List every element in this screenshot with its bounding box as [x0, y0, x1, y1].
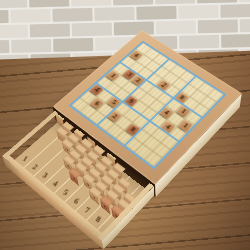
scene-photo: 4283211419445628 123456789 3456789 — [0, 0, 250, 250]
drawer-tile-4[interactable] — [81, 142, 91, 157]
drawer-tile-6[interactable]: 6 — [83, 177, 93, 192]
drawer-tile-8[interactable] — [118, 181, 128, 196]
drawer-tile-2[interactable] — [56, 130, 66, 145]
drawer-tile-top — [95, 180, 108, 191]
drawer-tile-8[interactable]: 8 — [100, 199, 110, 214]
brick — [52, 8, 92, 22]
drawer-tile-top — [107, 168, 120, 179]
brick — [0, 24, 28, 38]
brick — [198, 19, 238, 33]
drawer-tile-4[interactable]: 4 — [63, 158, 73, 173]
drawer-tile-1[interactable] — [55, 115, 64, 129]
drawer-tile-top — [63, 155, 75, 165]
drawer-tile-top — [89, 167, 102, 178]
drawer-tile-7[interactable]: 7 — [89, 190, 99, 205]
brick — [178, 5, 218, 19]
drawer-tile-4[interactable] — [75, 147, 85, 162]
drawer-tile-top — [112, 183, 125, 194]
drawer-tile-5[interactable] — [93, 148, 102, 163]
drawer-tile-top — [93, 145, 105, 155]
drawer-tile-8[interactable] — [112, 187, 122, 202]
drawer-tile-top — [113, 162, 126, 173]
drawer-tile-7[interactable] — [101, 178, 111, 193]
drawer-tile-top — [101, 156, 114, 166]
brick — [240, 18, 250, 32]
drawer-tile-5[interactable] — [81, 160, 91, 175]
drawer-tile-7[interactable] — [107, 172, 117, 187]
drawer-tile-top — [75, 143, 87, 153]
drawer-tile-top — [81, 138, 93, 148]
drawer-tile-5[interactable] — [75, 165, 85, 180]
brick — [30, 23, 70, 37]
drawer-tile-9[interactable] — [118, 202, 128, 217]
drawer-tile-top — [124, 192, 137, 203]
drawer-tile-5[interactable]: 5 — [69, 171, 79, 186]
drawer-tile-9[interactable]: 9 — [112, 208, 122, 223]
brick — [11, 39, 51, 53]
drawer-tile-8[interactable] — [106, 193, 116, 208]
drawer-tile-7[interactable] — [113, 166, 122, 181]
drawer-tile-3[interactable] — [74, 131, 83, 146]
drawer-tile-top — [118, 198, 131, 210]
brick — [220, 4, 250, 18]
drawer-tile-top — [69, 167, 82, 178]
drawer-tile-3[interactable]: 3 — [62, 142, 72, 157]
drawer-tile-top — [106, 189, 119, 200]
sudoku-box: 4283211419445628 123456789 3456789 — [53, 30, 242, 184]
drawer-tile-6[interactable] — [89, 171, 99, 186]
brick — [0, 40, 9, 54]
drawer-tile-top — [112, 204, 125, 216]
drawer-tile-top — [69, 149, 81, 159]
drawer-tile-6[interactable] — [101, 159, 111, 174]
drawer-tile-top — [62, 121, 74, 131]
drawer-tile-7[interactable] — [95, 184, 105, 199]
drawer-tile-top — [95, 161, 108, 172]
drawer-tile-top — [75, 161, 88, 172]
brick — [197, 0, 237, 3]
brick — [10, 9, 50, 23]
drawer-tile-top — [81, 156, 93, 166]
drawer-tile-4[interactable] — [69, 153, 79, 168]
drawer-tile-top — [101, 174, 114, 185]
drawer-tile-top — [118, 177, 131, 188]
drawer-tile-top — [62, 138, 74, 148]
drawer-tile-top — [83, 173, 96, 184]
brick — [71, 0, 111, 6]
brick — [239, 0, 250, 2]
brick — [155, 0, 195, 4]
drawer-tile-3[interactable] — [68, 137, 78, 152]
brick — [221, 34, 250, 48]
drawer-tile-top — [87, 150, 99, 160]
brick — [0, 0, 27, 8]
drawer-tile-9[interactable] — [124, 196, 134, 211]
brick — [29, 0, 69, 7]
brick — [0, 10, 9, 24]
drawer-tile-2[interactable] — [62, 125, 72, 140]
drawer-tile-5[interactable] — [87, 154, 97, 169]
drawer-tile-top — [68, 133, 80, 143]
drawer-tile-top — [56, 126, 68, 136]
drawer-tile-6[interactable] — [107, 154, 116, 169]
drawer-tile-6[interactable] — [95, 165, 105, 180]
drawer-tile-top — [100, 195, 113, 206]
drawer-tile-top — [89, 186, 102, 197]
